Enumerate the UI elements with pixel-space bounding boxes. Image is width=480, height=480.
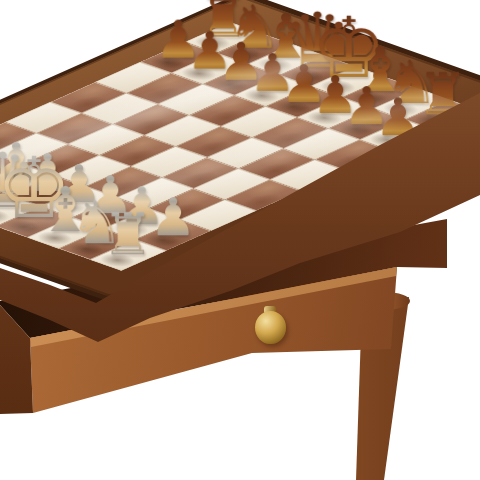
chess-piece-white-rook-h1: ♜ <box>68 205 188 263</box>
chess-table-photo: ♜♞♝♛♚♝♞♜♟♟♟♟♟♟♟♟♟♟♟♟♟♟♟♟♜♞♝♛♚♝♞♜ <box>0 0 480 480</box>
drawer-knob <box>255 311 286 344</box>
